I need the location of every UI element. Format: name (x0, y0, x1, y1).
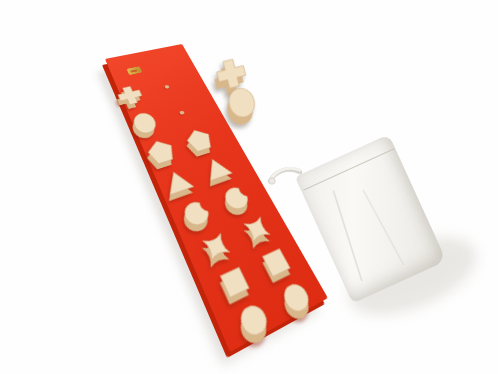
loose-piece-oval[interactable] (221, 82, 263, 127)
piece-top-face (237, 302, 272, 340)
bag-wrinkle (332, 190, 363, 282)
piece-top-face (183, 127, 214, 152)
piece-oval-left[interactable] (127, 109, 162, 137)
piece-pentagon-right[interactable] (181, 126, 216, 155)
drawstring-cord-icon[interactable] (266, 162, 302, 192)
peg-icon (179, 110, 185, 115)
bag-drawstring-channel-seam (303, 148, 394, 190)
bag-wrinkle (362, 189, 405, 265)
piece-cross-left[interactable] (114, 84, 146, 108)
slot-grid (105, 44, 328, 352)
piece-square-left[interactable] (217, 264, 253, 302)
piece-triangle-left[interactable] (159, 165, 196, 198)
piece-crescent-left[interactable] (178, 195, 215, 230)
piece-pentagon-left[interactable] (142, 136, 179, 167)
piece-circle-right[interactable] (277, 277, 317, 319)
piece-circle-left[interactable] (233, 298, 274, 344)
shape-board (105, 44, 328, 352)
peg-icon (164, 85, 170, 89)
piece-four-point-star-right[interactable] (237, 211, 276, 248)
piece-square-right[interactable] (259, 245, 294, 280)
piece-triangle-right[interactable] (199, 153, 235, 184)
scene (0, 0, 498, 374)
piece-crescent-right[interactable] (219, 181, 255, 213)
